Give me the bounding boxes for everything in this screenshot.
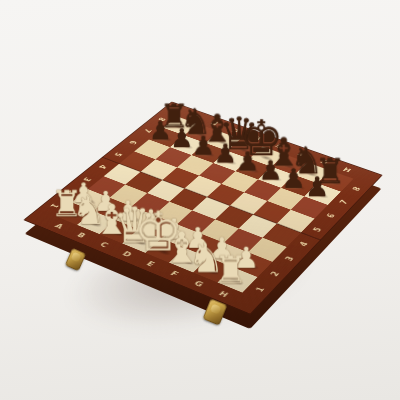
rank-label-near-3: 3 bbox=[280, 252, 300, 265]
chess-board: AABBCCDDEEFFGGHH1122334455667788♜♞♝♛♚♝♞♜… bbox=[23, 102, 383, 315]
rank-label-near-6: 6 bbox=[321, 210, 340, 222]
scene: AABBCCDDEEFFGGHH1122334455667788♜♞♝♛♚♝♞♜… bbox=[0, 0, 400, 400]
file-label-near-h: H bbox=[213, 287, 234, 301]
square-g4[interactable] bbox=[239, 215, 277, 238]
rank-label-near-5: 5 bbox=[308, 223, 328, 235]
rook-glyph: ♜ bbox=[200, 252, 261, 287]
pawn-glyph: ♟ bbox=[288, 175, 344, 200]
rank-label-near-4: 4 bbox=[294, 237, 314, 249]
product-photo: AABBCCDDEEFFGGHH1122334455667788♜♞♝♛♚♝♞♜… bbox=[0, 0, 400, 400]
